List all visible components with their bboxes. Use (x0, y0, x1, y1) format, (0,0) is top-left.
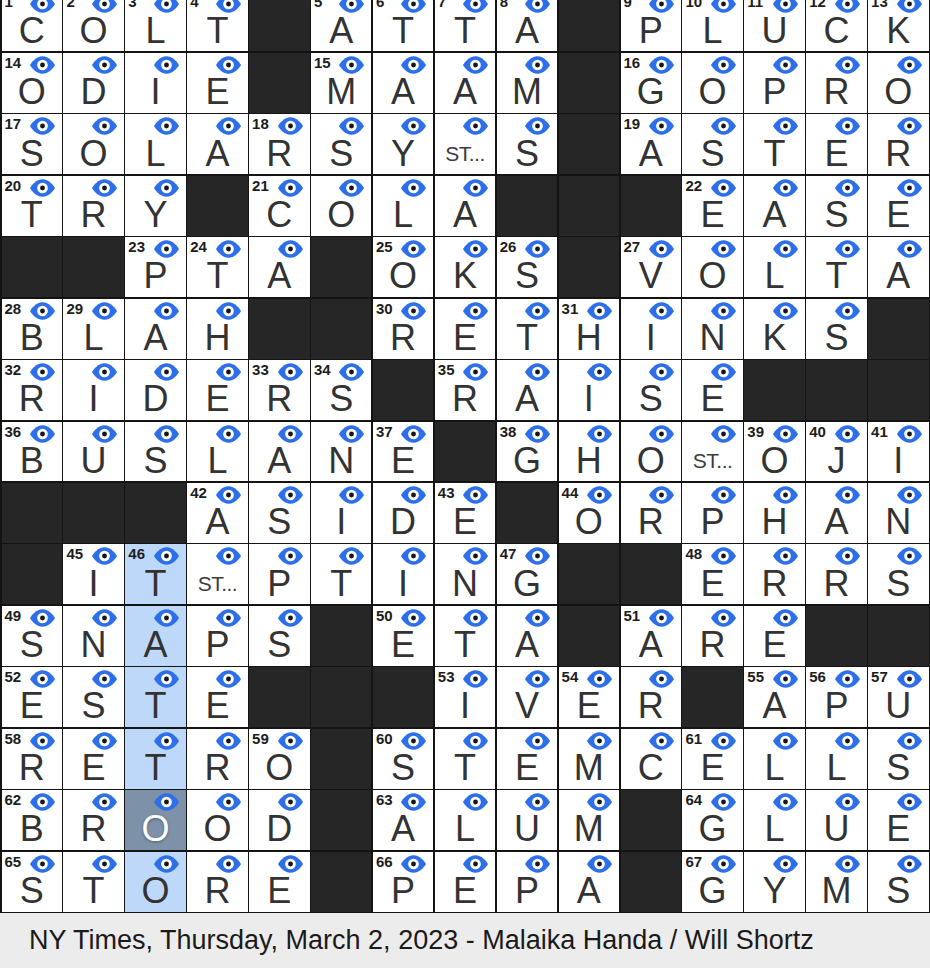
cell-letter: S (125, 442, 185, 480)
cell-letter: P (806, 687, 866, 725)
cell-r15-c10[interactable]: A (559, 852, 619, 912)
cell-r8-c12[interactable]: ST... (682, 422, 742, 482)
cell-number: 40 (809, 422, 826, 441)
cell-r5-c1 (2, 237, 62, 297)
cell-r9-c8[interactable]: 43E (435, 483, 495, 543)
cell-number: 47 (500, 544, 517, 563)
cell-letter: S (311, 135, 371, 173)
cell-r4-c15[interactable]: E (868, 176, 928, 236)
cell-r14-c12[interactable]: 64G (682, 790, 742, 850)
cell-number: 38 (500, 422, 517, 441)
cell-r10-c7[interactable]: I (373, 544, 433, 604)
cell-r13-c9[interactable]: E (497, 729, 557, 789)
cell-r1-c6[interactable]: 5A (311, 0, 371, 51)
cell-letter: G (682, 810, 742, 848)
cell-r14-c1[interactable]: 62B (2, 790, 62, 850)
cell-r5-c7[interactable]: 25O (373, 237, 433, 297)
cell-number: 33 (252, 360, 269, 379)
cell-r3-c1[interactable]: 17S (2, 114, 62, 174)
cell-letter: A (187, 503, 247, 541)
cell-letter: E (806, 135, 866, 173)
cell-letter: E (373, 626, 433, 664)
cell-letter: M (559, 810, 619, 848)
cell-r12-c15[interactable]: 57U (868, 667, 928, 727)
cell-r15-c15[interactable]: S (868, 852, 928, 912)
cell-letter: S (249, 626, 309, 664)
cell-r4-c10 (559, 176, 619, 236)
cell-r14-c5[interactable]: D (249, 790, 309, 850)
cell-r10-c1 (2, 544, 62, 604)
cell-r3-c15[interactable]: R (868, 114, 928, 174)
cell-r3-c4[interactable]: A (187, 114, 247, 174)
cell-r11-c9[interactable]: A (497, 606, 557, 666)
cell-r10-c13[interactable]: R (744, 544, 804, 604)
cell-letter: L (125, 135, 185, 173)
cell-letter: E (744, 626, 804, 664)
cell-letter: S (311, 380, 371, 418)
cell-letter: I (373, 565, 433, 603)
cell-r3-c11[interactable]: 19A (621, 114, 681, 174)
cell-r14-c4[interactable]: O (187, 790, 247, 850)
cell-number: 8 (500, 0, 508, 11)
cell-r15-c4[interactable]: R (187, 852, 247, 912)
cell-r6-c4[interactable]: H (187, 299, 247, 359)
cell-letter: R (435, 380, 495, 418)
cell-number: 43 (438, 483, 455, 502)
cell-r1-c1[interactable]: 1C (2, 0, 62, 51)
cell-r12-c9[interactable]: V (497, 667, 557, 727)
cell-r15-c3[interactable]: O (125, 852, 185, 912)
cell-r10-c8[interactable]: N (435, 544, 495, 604)
cell-letter: S (373, 749, 433, 787)
cell-r8-c3[interactable]: S (125, 422, 185, 482)
cell-r12-c11[interactable]: R (621, 667, 681, 727)
cell-letter: Y (125, 196, 185, 234)
cell-letter: K (435, 257, 495, 295)
cell-r15-c7[interactable]: 66P (373, 852, 433, 912)
cell-r5-c15[interactable]: A (868, 237, 928, 297)
cell-number: 41 (871, 422, 888, 441)
cell-r11-c15 (868, 606, 928, 666)
cell-letter: E (249, 872, 309, 910)
cell-r7-c12[interactable]: E (682, 360, 742, 420)
cell-r7-c5[interactable]: 33R (249, 360, 309, 420)
cell-r14-c3[interactable]: O (125, 790, 185, 850)
cell-r13-c4[interactable]: R (187, 729, 247, 789)
cell-r11-c7[interactable]: 50E (373, 606, 433, 666)
cell-letter: A (125, 319, 185, 357)
cell-r11-c11[interactable]: 51A (621, 606, 681, 666)
cell-r13-c12[interactable]: 61E (682, 729, 742, 789)
cell-r12-c2[interactable]: S (63, 667, 123, 727)
cell-r13-c5[interactable]: 59O (249, 729, 309, 789)
cell-r2-c4[interactable]: E (187, 53, 247, 113)
cell-r12-c7 (373, 667, 433, 727)
cell-r13-c11[interactable]: C (621, 729, 681, 789)
cell-letter: N (682, 319, 742, 357)
cell-r3-c5[interactable]: 18R (249, 114, 309, 174)
cell-r11-c2[interactable]: N (63, 606, 123, 666)
cell-r2-c14[interactable]: R (806, 53, 866, 113)
cell-number: 25 (376, 237, 393, 256)
cell-r10-c10 (559, 544, 619, 604)
cell-letter: A (621, 135, 681, 173)
cell-number: 67 (685, 852, 702, 871)
cell-number: 21 (252, 176, 269, 195)
cell-r4-c2[interactable]: R (63, 176, 123, 236)
cell-r13-c10[interactable]: M (559, 729, 619, 789)
cell-letter: M (497, 73, 557, 111)
cell-r10-c9[interactable]: 47G (497, 544, 557, 604)
cell-r14-c10[interactable]: M (559, 790, 619, 850)
cell-r4-c7[interactable]: L (373, 176, 433, 236)
cell-r4-c1[interactable]: 20T (2, 176, 62, 236)
cell-letter: A (621, 626, 681, 664)
cell-letter: P (621, 12, 681, 50)
cell-r1-c13[interactable]: 11U (744, 0, 804, 51)
cell-r5-c3[interactable]: 23P (125, 237, 185, 297)
cell-r2-c7[interactable]: A (373, 53, 433, 113)
cell-r4-c3[interactable]: Y (125, 176, 185, 236)
cell-r4-c12[interactable]: 22E (682, 176, 742, 236)
cell-r8-c5[interactable]: A (249, 422, 309, 482)
cell-r6-c10[interactable]: 31H (559, 299, 619, 359)
cell-r13-c15[interactable]: S (868, 729, 928, 789)
cell-r2-c15[interactable]: O (868, 53, 928, 113)
cell-r13-c6 (311, 729, 371, 789)
cell-r14-c8[interactable]: L (435, 790, 495, 850)
cell-letter: A (249, 257, 309, 295)
cell-r6-c12[interactable]: N (682, 299, 742, 359)
cell-number: 51 (624, 606, 641, 625)
cell-letter: Y (373, 135, 433, 173)
cell-r15-c1[interactable]: 65S (2, 852, 62, 912)
cell-r3-c13[interactable]: T (744, 114, 804, 174)
cell-r5-c12[interactable]: O (682, 237, 742, 297)
cell-r2-c12[interactable]: O (682, 53, 742, 113)
cell-r1-c12[interactable]: 10L (682, 0, 742, 51)
cell-r8-c15[interactable]: 41I (868, 422, 928, 482)
cell-r8-c6[interactable]: N (311, 422, 371, 482)
cell-r11-c4[interactable]: P (187, 606, 247, 666)
cell-r14-c14[interactable]: U (806, 790, 866, 850)
cell-letter: E (373, 442, 433, 480)
cell-letter: O (63, 135, 123, 173)
cell-number: 7 (438, 0, 446, 11)
cell-r8-c13[interactable]: 39O (744, 422, 804, 482)
cell-number: 16 (624, 53, 641, 72)
cell-r6-c8[interactable]: E (435, 299, 495, 359)
cell-letter: D (249, 810, 309, 848)
cell-r9-c7[interactable]: D (373, 483, 433, 543)
cell-letter: G (682, 872, 742, 910)
cell-r11-c5[interactable]: S (249, 606, 309, 666)
cell-r3-c10 (559, 114, 619, 174)
cell-letter: U (744, 12, 804, 50)
cell-r4-c8[interactable]: A (435, 176, 495, 236)
cell-r6-c11[interactable]: I (621, 299, 681, 359)
cell-letter: I (63, 565, 123, 603)
cell-r6-c2[interactable]: 29L (63, 299, 123, 359)
cell-number: 55 (747, 667, 764, 686)
cell-number: 3 (128, 0, 136, 11)
cell-r6-c13[interactable]: K (744, 299, 804, 359)
cell-r3-c12[interactable]: S (682, 114, 742, 174)
cell-r11-c12[interactable]: R (682, 606, 742, 666)
cell-r5-c14[interactable]: T (806, 237, 866, 297)
cell-r11-c8[interactable]: T (435, 606, 495, 666)
cell-r2-c11[interactable]: 16G (621, 53, 681, 113)
cell-r2-c13[interactable]: P (744, 53, 804, 113)
cell-r13-c2[interactable]: E (63, 729, 123, 789)
cell-number: 63 (376, 790, 393, 809)
cell-r1-c3[interactable]: 3L (125, 0, 185, 51)
cell-r9-c13[interactable]: H (744, 483, 804, 543)
cell-letter: A (249, 442, 309, 480)
cell-r7-c9[interactable]: A (497, 360, 557, 420)
cell-letter: R (249, 380, 309, 418)
cell-r8-c11[interactable]: O (621, 422, 681, 482)
cell-letter: E (682, 196, 742, 234)
cell-r4-c5[interactable]: 21C (249, 176, 309, 236)
cell-r12-c1[interactable]: 52E (2, 667, 62, 727)
cell-r10-c15[interactable]: S (868, 544, 928, 604)
cell-letter: A (497, 12, 557, 50)
cell-r9-c5[interactable]: S (249, 483, 309, 543)
cell-r13-c13[interactable]: L (744, 729, 804, 789)
cell-number: 12 (809, 0, 826, 11)
cell-r8-c7[interactable]: 37E (373, 422, 433, 482)
cell-r9-c11[interactable]: R (621, 483, 681, 543)
cell-number: 59 (252, 729, 269, 748)
cell-letter: N (63, 626, 123, 664)
cell-letter: L (744, 810, 804, 848)
cell-number: 32 (5, 360, 22, 379)
cell-r11-c13[interactable]: E (744, 606, 804, 666)
cell-r2-c8[interactable]: A (435, 53, 495, 113)
cell-letter: E (187, 687, 247, 725)
cell-letter: O (682, 73, 742, 111)
cell-r8-c2[interactable]: U (63, 422, 123, 482)
cell-r11-c1[interactable]: 49S (2, 606, 62, 666)
cell-r1-c2[interactable]: 2O (63, 0, 123, 51)
crossword-grid: 1C2O3L4T5A6T7T8A9P10L11U12C13K14ODIE15MA… (0, 0, 930, 913)
cell-r15-c14[interactable]: M (806, 852, 866, 912)
cell-r7-c1[interactable]: 32R (2, 360, 62, 420)
cell-r2-c10 (559, 53, 619, 113)
cell-r9-c14[interactable]: A (806, 483, 866, 543)
cell-r3-c8[interactable]: ST... (435, 114, 495, 174)
cell-r5-c2 (63, 237, 123, 297)
cell-letter: A (187, 135, 247, 173)
cell-r12-c3[interactable]: T (125, 667, 185, 727)
cell-r9-c3 (125, 483, 185, 543)
cell-r3-c3[interactable]: L (125, 114, 185, 174)
cell-r14-c15[interactable]: E (868, 790, 928, 850)
cell-letter: T (125, 749, 185, 787)
cell-r15-c5[interactable]: E (249, 852, 309, 912)
cell-number: 61 (685, 729, 702, 748)
cell-r4-c14[interactable]: S (806, 176, 866, 236)
cell-r2-c2[interactable]: D (63, 53, 123, 113)
cell-letter: E (435, 872, 495, 910)
cell-r13-c7[interactable]: 60S (373, 729, 433, 789)
cell-r7-c6[interactable]: 34S (311, 360, 371, 420)
cell-r8-c4[interactable]: L (187, 422, 247, 482)
cell-r7-c15 (868, 360, 928, 420)
cell-r3-c9[interactable]: S (497, 114, 557, 174)
cell-r10-c5[interactable]: P (249, 544, 309, 604)
cell-letter: O (311, 196, 371, 234)
cell-letter: M (806, 872, 866, 910)
cell-letter: O (125, 872, 185, 910)
cell-r1-c9[interactable]: 8A (497, 0, 557, 51)
cell-r7-c8[interactable]: 35R (435, 360, 495, 420)
cell-letter: S (806, 319, 866, 357)
cell-r10-c2[interactable]: 45I (63, 544, 123, 604)
cell-r14-c13[interactable]: L (744, 790, 804, 850)
cell-letter: A (744, 687, 804, 725)
cell-r5-c13[interactable]: L (744, 237, 804, 297)
cell-r13-c3[interactable]: T (125, 729, 185, 789)
cell-letter: L (63, 319, 123, 357)
cell-letter: E (2, 687, 62, 725)
cell-r6-c9[interactable]: T (497, 299, 557, 359)
cell-letter: A (806, 503, 866, 541)
cell-number: 2 (66, 0, 74, 11)
cell-r7-c4[interactable]: E (187, 360, 247, 420)
cell-r9-c2 (63, 483, 123, 543)
cell-r6-c3[interactable]: A (125, 299, 185, 359)
cell-letter: R (621, 503, 681, 541)
cell-r9-c15[interactable]: N (868, 483, 928, 543)
cell-r13-c14[interactable]: L (806, 729, 866, 789)
cell-r13-c1[interactable]: 58R (2, 729, 62, 789)
cell-r2-c9[interactable]: M (497, 53, 557, 113)
cell-number: 4 (190, 0, 198, 11)
cell-letter: K (868, 12, 928, 50)
cell-r5-c9[interactable]: 26S (497, 237, 557, 297)
cell-r10-c6[interactable]: T (311, 544, 371, 604)
cell-letter: R (621, 687, 681, 725)
cell-r1-c8[interactable]: 7T (435, 0, 495, 51)
cell-r9-c6[interactable]: I (311, 483, 371, 543)
cell-r13-c8[interactable]: T (435, 729, 495, 789)
cell-r14-c7[interactable]: 63A (373, 790, 433, 850)
cell-r5-c4[interactable]: 24T (187, 237, 247, 297)
cell-letter: A (868, 257, 928, 295)
cell-r10-c12[interactable]: 48E (682, 544, 742, 604)
cell-letter: R (2, 380, 62, 418)
cell-r3-c2[interactable]: O (63, 114, 123, 174)
cell-r1-c15[interactable]: 13K (868, 0, 928, 51)
cell-r12-c13[interactable]: 55A (744, 667, 804, 727)
cell-letter: S (621, 380, 681, 418)
cell-r4-c6[interactable]: O (311, 176, 371, 236)
cell-r2-c3[interactable]: I (125, 53, 185, 113)
cell-number: 18 (252, 114, 269, 133)
cell-r10-c14[interactable]: R (806, 544, 866, 604)
cell-r7-c3[interactable]: D (125, 360, 185, 420)
cell-r8-c9[interactable]: 38G (497, 422, 557, 482)
cell-r1-c7[interactable]: 6T (373, 0, 433, 51)
cell-r14-c2[interactable]: R (63, 790, 123, 850)
cell-r8-c1[interactable]: 36B (2, 422, 62, 482)
cell-r12-c14[interactable]: 56P (806, 667, 866, 727)
cell-letter: E (868, 810, 928, 848)
cell-r8-c10[interactable]: H (559, 422, 619, 482)
cell-r7-c11[interactable]: S (621, 360, 681, 420)
cell-r4-c13[interactable]: A (744, 176, 804, 236)
cell-r2-c1[interactable]: 14O (2, 53, 62, 113)
cell-r6-c7[interactable]: 30R (373, 299, 433, 359)
cell-r10-c3[interactable]: 46T (125, 544, 185, 604)
cell-r12-c5 (249, 667, 309, 727)
cell-r3-c6[interactable]: S (311, 114, 371, 174)
cell-r11-c3[interactable]: A (125, 606, 185, 666)
cell-r3-c7[interactable]: Y (373, 114, 433, 174)
cell-r8-c14[interactable]: 40J (806, 422, 866, 482)
cell-r15-c2[interactable]: T (63, 852, 123, 912)
cell-r14-c6 (311, 790, 371, 850)
cell-r3-c14[interactable]: E (806, 114, 866, 174)
cell-r5-c5[interactable]: A (249, 237, 309, 297)
cell-r5-c11[interactable]: 27V (621, 237, 681, 297)
cell-r15-c13[interactable]: Y (744, 852, 804, 912)
cell-r9-c12[interactable]: P (682, 483, 742, 543)
cell-r10-c4[interactable]: ST... (187, 544, 247, 604)
cell-letter: O (559, 503, 619, 541)
cell-r7-c2[interactable]: I (63, 360, 123, 420)
cell-r6-c14[interactable]: S (806, 299, 866, 359)
cell-r15-c11 (621, 852, 681, 912)
cell-number: 27 (624, 237, 641, 256)
cell-r1-c4[interactable]: 4T (187, 0, 247, 51)
cell-letter: L (744, 257, 804, 295)
puzzle-caption: NY Times, Thursday, March 2, 2023 - Mala… (0, 913, 930, 968)
cell-r15-c9[interactable]: P (497, 852, 557, 912)
cell-r15-c8[interactable]: E (435, 852, 495, 912)
cell-r5-c10 (559, 237, 619, 297)
cell-letter: T (311, 565, 371, 603)
cell-r14-c9[interactable]: U (497, 790, 557, 850)
cell-letter: N (435, 565, 495, 603)
cell-letter: E (435, 503, 495, 541)
cell-letter: O (682, 257, 742, 295)
cell-r9-c10[interactable]: 44O (559, 483, 619, 543)
cell-r7-c7 (373, 360, 433, 420)
cell-r6-c1[interactable]: 28B (2, 299, 62, 359)
cell-r12-c10[interactable]: 54E (559, 667, 619, 727)
cell-r12-c8[interactable]: 53I (435, 667, 495, 727)
cell-letter: V (621, 257, 681, 295)
cell-r9-c4[interactable]: 42A (187, 483, 247, 543)
cell-number: 58 (5, 729, 22, 748)
cell-r5-c8[interactable]: K (435, 237, 495, 297)
cell-letter: M (311, 73, 371, 111)
cell-r15-c12[interactable]: 67G (682, 852, 742, 912)
cell-r1-c11[interactable]: 9P (621, 0, 681, 51)
cell-r12-c4[interactable]: E (187, 667, 247, 727)
cell-letter: L (373, 196, 433, 234)
cell-number: 5 (314, 0, 322, 11)
cell-r7-c10[interactable]: I (559, 360, 619, 420)
cell-r2-c6[interactable]: 15M (311, 53, 371, 113)
cell-letter: I (125, 73, 185, 111)
cell-letter: R (63, 810, 123, 848)
cell-r1-c14[interactable]: 12C (806, 0, 866, 51)
cell-letter: I (621, 319, 681, 357)
